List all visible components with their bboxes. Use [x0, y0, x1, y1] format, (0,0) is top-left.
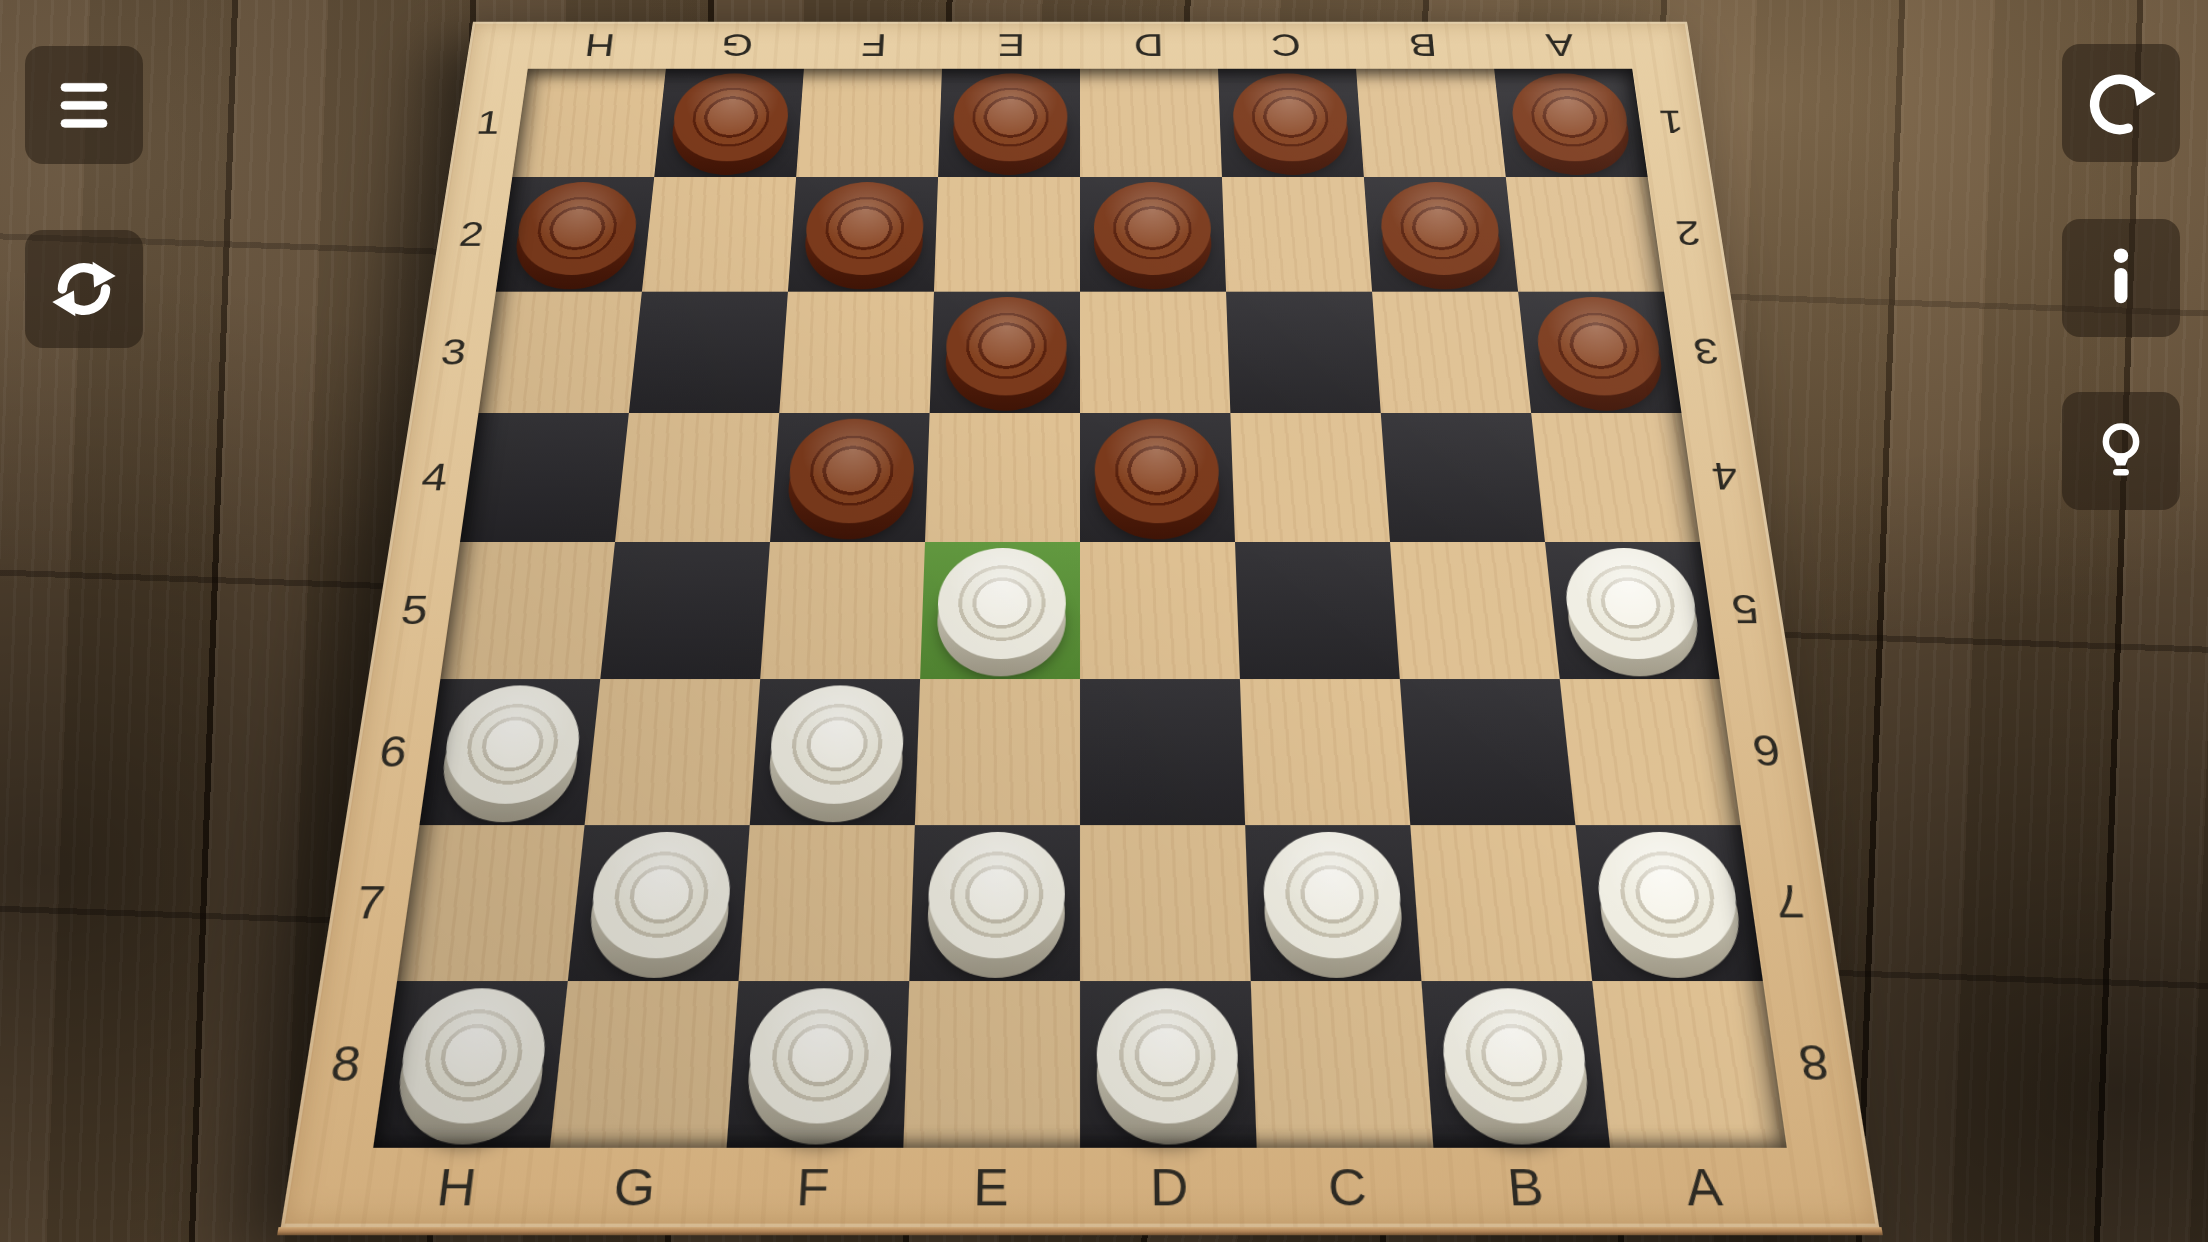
square-D5[interactable] [1080, 542, 1240, 679]
square-E2[interactable] [934, 177, 1080, 292]
col-label-far-E: E [942, 22, 1080, 69]
piece-white-A5[interactable] [1561, 554, 1703, 665]
square-D8[interactable] [1080, 981, 1257, 1148]
piece-face [944, 297, 1066, 395]
square-H2[interactable] [496, 177, 654, 292]
square-B5[interactable] [1390, 542, 1560, 679]
piece-face [1093, 182, 1212, 275]
square-A8[interactable] [1592, 981, 1787, 1148]
square-G4[interactable] [615, 413, 779, 542]
piece-face [926, 831, 1065, 957]
piece-white-H8[interactable] [392, 996, 550, 1132]
col-label-near-D: D [1080, 1148, 1260, 1227]
piece-dark-C1[interactable] [1231, 79, 1350, 167]
piece-dark-G1[interactable] [669, 79, 791, 167]
menu-button[interactable] [25, 46, 143, 164]
square-D3[interactable] [1080, 292, 1230, 413]
square-G3[interactable] [629, 292, 788, 413]
square-F3[interactable] [779, 292, 934, 413]
square-D2[interactable] [1080, 177, 1226, 292]
square-A4[interactable] [1531, 413, 1700, 542]
piece-face [1096, 988, 1239, 1123]
square-A7[interactable] [1575, 825, 1762, 981]
square-B6[interactable] [1400, 679, 1576, 825]
square-E4[interactable] [925, 413, 1080, 542]
square-C7[interactable] [1245, 825, 1421, 981]
piece-white-A7[interactable] [1592, 839, 1744, 966]
square-A2[interactable] [1506, 177, 1664, 292]
piece-white-E7[interactable] [926, 839, 1065, 966]
square-G7[interactable] [568, 825, 750, 981]
square-F1[interactable] [796, 69, 942, 177]
square-G5[interactable] [600, 542, 770, 679]
board-front-edge [277, 1227, 1883, 1235]
piece-dark-A3[interactable] [1533, 303, 1666, 402]
col-label-near-H: H [362, 1148, 550, 1227]
col-label-near-E: E [900, 1148, 1080, 1227]
square-B2[interactable] [1364, 177, 1518, 292]
square-A1[interactable] [1494, 69, 1648, 177]
col-label-near-B: B [1433, 1148, 1618, 1227]
info-icon [2085, 242, 2157, 314]
piece-white-H6[interactable] [437, 692, 584, 811]
square-E8[interactable] [903, 981, 1080, 1148]
square-C3[interactable] [1226, 292, 1381, 413]
square-C8[interactable] [1251, 981, 1434, 1148]
play-area [373, 69, 1787, 1148]
square-E1[interactable] [938, 69, 1080, 177]
square-B1[interactable] [1356, 69, 1506, 177]
square-E3[interactable] [930, 292, 1080, 413]
square-D1[interactable] [1080, 69, 1222, 177]
square-B3[interactable] [1372, 292, 1531, 413]
square-A5[interactable] [1545, 542, 1720, 679]
square-B7[interactable] [1410, 825, 1592, 981]
square-C2[interactable] [1222, 177, 1372, 292]
piece-white-E5[interactable] [935, 554, 1065, 665]
col-label-far-F: F [804, 22, 944, 69]
square-D7[interactable] [1080, 825, 1251, 981]
piece-face [936, 548, 1066, 659]
col-label-far-C: C [1216, 22, 1356, 69]
col-label-far-D: D [1080, 22, 1218, 69]
column-labels-near: HGFEDCBA [362, 1148, 1798, 1227]
piece-dark-A1[interactable] [1508, 79, 1633, 167]
hamburger-icon [48, 69, 120, 141]
rotate-board-button[interactable] [25, 230, 143, 348]
square-F7[interactable] [739, 825, 915, 981]
square-A3[interactable] [1518, 292, 1681, 413]
square-D6[interactable] [1080, 679, 1245, 825]
piece-white-C7[interactable] [1261, 839, 1404, 966]
info-button[interactable] [2062, 219, 2180, 337]
piece-white-B8[interactable] [1439, 996, 1592, 1132]
piece-dark-H2[interactable] [511, 187, 640, 280]
square-H4[interactable] [460, 413, 629, 542]
square-C5[interactable] [1235, 542, 1400, 679]
col-label-near-G: G [541, 1148, 726, 1227]
restart-button[interactable] [2062, 44, 2180, 162]
col-label-near-A: A [1610, 1148, 1798, 1227]
square-H7[interactable] [397, 825, 584, 981]
app-screen: HGFEDCBA HGFEDCBA 12345678 12345678 [0, 0, 2208, 1242]
square-F5[interactable] [760, 542, 925, 679]
square-G8[interactable] [550, 981, 739, 1148]
square-G1[interactable] [654, 69, 804, 177]
square-B8[interactable] [1421, 981, 1610, 1148]
square-F2[interactable] [788, 177, 938, 292]
piece-white-D8[interactable] [1096, 996, 1240, 1132]
square-A6[interactable] [1560, 679, 1741, 825]
piece-dark-F4[interactable] [785, 425, 915, 530]
square-B4[interactable] [1381, 413, 1545, 542]
piece-dark-B2[interactable] [1378, 187, 1503, 280]
piece-dark-E1[interactable] [952, 79, 1067, 167]
square-H6[interactable] [419, 679, 600, 825]
square-H3[interactable] [478, 292, 641, 413]
square-F8[interactable] [727, 981, 910, 1148]
col-label-far-B: B [1353, 22, 1494, 69]
col-label-far-H: H [528, 22, 671, 69]
square-H5[interactable] [440, 542, 615, 679]
redo-arrow-icon [2085, 67, 2157, 139]
lightbulb-icon [2085, 415, 2157, 487]
square-H1[interactable] [512, 69, 666, 177]
square-G2[interactable] [642, 177, 796, 292]
col-label-far-G: G [666, 22, 807, 69]
piece-face [952, 73, 1067, 161]
piece-dark-D4[interactable] [1094, 425, 1220, 530]
square-E7[interactable] [909, 825, 1080, 981]
square-G6[interactable] [585, 679, 761, 825]
col-label-near-F: F [721, 1148, 903, 1227]
piece-dark-D2[interactable] [1093, 187, 1212, 280]
square-F4[interactable] [770, 413, 930, 542]
square-C4[interactable] [1230, 413, 1390, 542]
col-label-near-C: C [1257, 1148, 1439, 1227]
col-label-far-A: A [1489, 22, 1632, 69]
column-labels-far: HGFEDCBA [528, 22, 1632, 69]
square-E6[interactable] [915, 679, 1080, 825]
piece-dark-F2[interactable] [802, 187, 924, 280]
square-D4[interactable] [1080, 413, 1235, 542]
checkers-board: HGFEDCBA HGFEDCBA 12345678 12345678 [281, 22, 1879, 1227]
square-F6[interactable] [750, 679, 920, 825]
piece-dark-E3[interactable] [944, 303, 1066, 402]
piece-face [1094, 418, 1220, 522]
square-C6[interactable] [1240, 679, 1410, 825]
rotate-arrows-icon [48, 253, 120, 325]
square-H8[interactable] [373, 981, 568, 1148]
piece-white-F8[interactable] [744, 996, 892, 1132]
piece-white-G7[interactable] [585, 839, 733, 966]
piece-white-F6[interactable] [766, 692, 904, 811]
hint-button[interactable] [2062, 392, 2180, 510]
square-C1[interactable] [1218, 69, 1364, 177]
board-scene: HGFEDCBA HGFEDCBA 12345678 12345678 [0, 0, 2208, 1242]
square-E5[interactable] [920, 542, 1080, 679]
